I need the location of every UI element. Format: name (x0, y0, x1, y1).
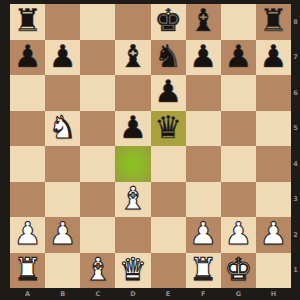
rank-label-3: 3 (291, 182, 300, 218)
square-d7[interactable]: ♝ (115, 40, 150, 76)
square-d2[interactable] (115, 217, 150, 253)
file-labels: ABCDEFGH (10, 288, 291, 300)
rank-labels: 87654321 (291, 4, 300, 288)
square-e4[interactable] (151, 146, 186, 182)
square-c8[interactable] (80, 4, 115, 40)
square-d6[interactable] (115, 75, 150, 111)
black-bishop-d7[interactable]: ♝ (119, 41, 147, 72)
square-g8[interactable] (221, 4, 256, 40)
square-a8[interactable]: ♜ (10, 4, 45, 40)
square-a7[interactable]: ♟ (10, 40, 45, 76)
square-d4[interactable] (115, 146, 150, 182)
file-label-c: C (80, 288, 115, 300)
square-f1[interactable]: ♜ (186, 253, 221, 289)
square-d3[interactable]: ♝ (115, 182, 150, 218)
square-a4[interactable] (10, 146, 45, 182)
square-g1[interactable]: ♚ (221, 253, 256, 289)
square-h2[interactable]: ♟ (256, 217, 291, 253)
square-g3[interactable] (221, 182, 256, 218)
square-h3[interactable] (256, 182, 291, 218)
square-a5[interactable] (10, 111, 45, 147)
white-pawn-f2[interactable]: ♟ (189, 218, 217, 249)
square-g2[interactable]: ♟ (221, 217, 256, 253)
square-e8[interactable]: ♚ (151, 4, 186, 40)
square-b4[interactable] (45, 146, 80, 182)
square-g7[interactable]: ♟ (221, 40, 256, 76)
square-f6[interactable] (186, 75, 221, 111)
file-label-g: G (221, 288, 256, 300)
file-label-h: H (256, 288, 291, 300)
square-f8[interactable]: ♝ (186, 4, 221, 40)
square-e3[interactable] (151, 182, 186, 218)
rank-label-6: 6 (291, 75, 300, 111)
file-label-e: E (151, 288, 186, 300)
white-pawn-h2[interactable]: ♟ (260, 218, 288, 249)
rank-label-7: 7 (291, 40, 300, 76)
chess-board[interactable]: ♜♚♝♜♟♟♝♞♟♟♟♟♞♟♛♝♟♟♟♟♟♜♝♛♜♚ (10, 4, 291, 288)
black-pawn-d5[interactable]: ♟ (119, 112, 147, 143)
rank-label-1: 1 (291, 253, 300, 289)
black-pawn-g7[interactable]: ♟ (224, 41, 252, 72)
white-pawn-a2[interactable]: ♟ (14, 218, 42, 249)
square-g4[interactable] (221, 146, 256, 182)
square-c2[interactable] (80, 217, 115, 253)
white-king-g1[interactable]: ♚ (224, 254, 252, 285)
white-bishop-c1[interactable]: ♝ (84, 254, 112, 285)
square-b7[interactable]: ♟ (45, 40, 80, 76)
square-f2[interactable]: ♟ (186, 217, 221, 253)
square-a6[interactable] (10, 75, 45, 111)
rank-label-4: 4 (291, 146, 300, 182)
square-h8[interactable]: ♜ (256, 4, 291, 40)
square-d5[interactable]: ♟ (115, 111, 150, 147)
black-rook-a8[interactable]: ♜ (14, 5, 42, 36)
black-knight-e7[interactable]: ♞ (154, 41, 182, 72)
white-rook-f1[interactable]: ♜ (189, 254, 217, 285)
square-d1[interactable]: ♛ (115, 253, 150, 289)
square-f3[interactable] (186, 182, 221, 218)
square-e6[interactable]: ♟ (151, 75, 186, 111)
square-c4[interactable] (80, 146, 115, 182)
square-f7[interactable]: ♟ (186, 40, 221, 76)
square-e5[interactable]: ♛ (151, 111, 186, 147)
square-h1[interactable] (256, 253, 291, 289)
square-d8[interactable] (115, 4, 150, 40)
black-queen-e5[interactable]: ♛ (154, 112, 182, 143)
square-c7[interactable] (80, 40, 115, 76)
square-b5[interactable]: ♞ (45, 111, 80, 147)
file-label-f: F (186, 288, 221, 300)
square-h4[interactable] (256, 146, 291, 182)
white-bishop-d3[interactable]: ♝ (119, 183, 147, 214)
square-c1[interactable]: ♝ (80, 253, 115, 289)
rank-label-2: 2 (291, 217, 300, 253)
file-label-b: B (45, 288, 80, 300)
square-e2[interactable] (151, 217, 186, 253)
square-c5[interactable] (80, 111, 115, 147)
square-b8[interactable] (45, 4, 80, 40)
square-g5[interactable] (221, 111, 256, 147)
chess-app-background: ♜♚♝♜♟♟♝♞♟♟♟♟♞♟♛♝♟♟♟♟♟♜♝♛♜♚ ABCDEFGH 8765… (0, 0, 300, 300)
file-label-d: D (115, 288, 150, 300)
white-knight-b5[interactable]: ♞ (49, 112, 77, 143)
file-label-a: A (10, 288, 45, 300)
white-pawn-g2[interactable]: ♟ (224, 218, 252, 249)
square-b3[interactable] (45, 182, 80, 218)
square-a2[interactable]: ♟ (10, 217, 45, 253)
rank-label-8: 8 (291, 4, 300, 40)
black-pawn-h7[interactable]: ♟ (260, 41, 288, 72)
square-b1[interactable] (45, 253, 80, 289)
white-queen-d1[interactable]: ♛ (119, 254, 147, 285)
square-e7[interactable]: ♞ (151, 40, 186, 76)
black-pawn-f7[interactable]: ♟ (189, 41, 217, 72)
square-g6[interactable] (221, 75, 256, 111)
square-b2[interactable]: ♟ (45, 217, 80, 253)
square-c3[interactable] (80, 182, 115, 218)
white-rook-a1[interactable]: ♜ (14, 254, 42, 285)
black-pawn-a7[interactable]: ♟ (14, 41, 42, 72)
black-bishop-f8[interactable]: ♝ (189, 5, 217, 36)
square-b6[interactable] (45, 75, 80, 111)
square-h6[interactable] (256, 75, 291, 111)
square-f4[interactable] (186, 146, 221, 182)
square-a3[interactable] (10, 182, 45, 218)
black-pawn-b7[interactable]: ♟ (49, 41, 77, 72)
black-king-e8[interactable]: ♚ (154, 5, 182, 36)
square-a1[interactable]: ♜ (10, 253, 45, 289)
square-c6[interactable] (80, 75, 115, 111)
black-pawn-e6[interactable]: ♟ (154, 76, 182, 107)
square-h5[interactable] (256, 111, 291, 147)
black-rook-h8[interactable]: ♜ (260, 5, 288, 36)
white-pawn-b2[interactable]: ♟ (49, 218, 77, 249)
square-f5[interactable] (186, 111, 221, 147)
square-e1[interactable] (151, 253, 186, 289)
rank-label-5: 5 (291, 111, 300, 147)
square-h7[interactable]: ♟ (256, 40, 291, 76)
